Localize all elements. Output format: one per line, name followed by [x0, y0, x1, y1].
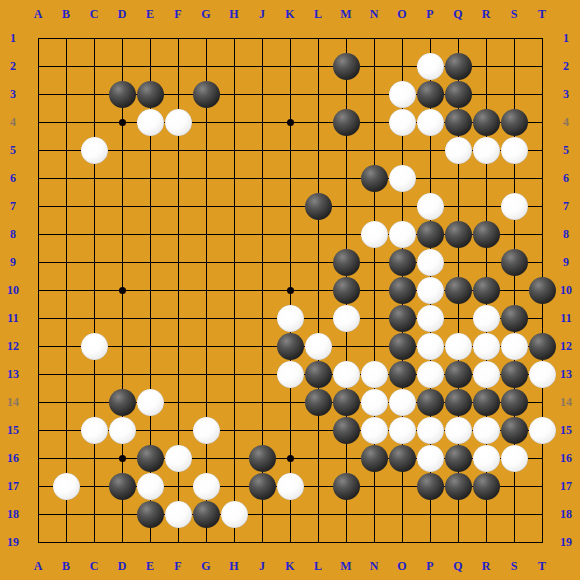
white-stone-N13: [361, 361, 388, 388]
white-stone-G17: [193, 473, 220, 500]
black-stone-M9: [333, 249, 360, 276]
row-label-right-15: 15: [560, 424, 572, 436]
white-stone-P13: [417, 361, 444, 388]
row-label-left-5: 5: [10, 144, 16, 156]
black-stone-E18: [137, 501, 164, 528]
column-label-bottom-N: N: [370, 560, 379, 572]
column-label-bottom-K: K: [285, 560, 294, 572]
row-label-left-4: 4: [10, 116, 16, 128]
black-stone-S4: [501, 109, 528, 136]
white-stone-P11: [417, 305, 444, 332]
black-stone-R4: [473, 109, 500, 136]
column-label-top-C: C: [90, 8, 99, 20]
black-stone-M14: [333, 389, 360, 416]
white-stone-S7: [501, 193, 528, 220]
column-label-top-L: L: [314, 8, 322, 20]
row-label-left-11: 11: [7, 312, 18, 324]
row-label-left-2: 2: [10, 60, 16, 72]
column-label-top-G: G: [201, 8, 210, 20]
black-stone-O10: [389, 277, 416, 304]
white-stone-O3: [389, 81, 416, 108]
white-stone-R5: [473, 137, 500, 164]
column-label-top-O: O: [397, 8, 406, 20]
row-label-left-1: 1: [10, 32, 16, 44]
row-label-left-15: 15: [7, 424, 19, 436]
black-stone-S15: [501, 417, 528, 444]
column-label-top-J: J: [259, 8, 265, 20]
row-label-right-9: 9: [563, 256, 569, 268]
row-label-right-6: 6: [563, 172, 569, 184]
white-stone-T13: [529, 361, 556, 388]
column-label-bottom-B: B: [62, 560, 70, 572]
column-label-top-F: F: [174, 8, 181, 20]
row-label-right-7: 7: [563, 200, 569, 212]
black-stone-R14: [473, 389, 500, 416]
row-label-right-11: 11: [560, 312, 571, 324]
white-stone-P16: [417, 445, 444, 472]
column-label-bottom-J: J: [259, 560, 265, 572]
black-stone-M2: [333, 53, 360, 80]
black-stone-D3: [109, 81, 136, 108]
white-stone-P12: [417, 333, 444, 360]
white-stone-Q5: [445, 137, 472, 164]
white-stone-E14: [137, 389, 164, 416]
black-stone-Q8: [445, 221, 472, 248]
white-stone-P9: [417, 249, 444, 276]
row-label-left-19: 19: [7, 536, 19, 548]
black-stone-E16: [137, 445, 164, 472]
white-stone-C15: [81, 417, 108, 444]
row-label-right-2: 2: [563, 60, 569, 72]
white-stone-P4: [417, 109, 444, 136]
black-stone-P8: [417, 221, 444, 248]
black-stone-P3: [417, 81, 444, 108]
white-stone-M13: [333, 361, 360, 388]
row-label-right-1: 1: [563, 32, 569, 44]
black-stone-M4: [333, 109, 360, 136]
row-label-right-8: 8: [563, 228, 569, 240]
row-label-left-18: 18: [7, 508, 19, 520]
white-stone-C5: [81, 137, 108, 164]
column-label-bottom-R: R: [482, 560, 491, 572]
white-stone-K17: [277, 473, 304, 500]
row-label-right-17: 17: [560, 480, 572, 492]
star-point-D16: [119, 455, 126, 462]
column-label-bottom-A: A: [34, 560, 43, 572]
row-label-right-4: 4: [563, 116, 569, 128]
black-stone-D14: [109, 389, 136, 416]
black-stone-Q16: [445, 445, 472, 472]
black-stone-Q3: [445, 81, 472, 108]
black-stone-M10: [333, 277, 360, 304]
column-label-bottom-Q: Q: [453, 560, 462, 572]
white-stone-N8: [361, 221, 388, 248]
white-stone-F4: [165, 109, 192, 136]
white-stone-P2: [417, 53, 444, 80]
row-label-left-6: 6: [10, 172, 16, 184]
row-label-right-14: 14: [560, 396, 572, 408]
black-stone-S9: [501, 249, 528, 276]
go-board-app: AABBCCDDEEFFGGHHJJKKLLMMNNOOPPQQRRSSTT11…: [0, 0, 580, 580]
column-label-top-B: B: [62, 8, 70, 20]
column-label-top-K: K: [285, 8, 294, 20]
black-stone-N16: [361, 445, 388, 472]
column-label-bottom-S: S: [511, 560, 518, 572]
column-label-top-M: M: [340, 8, 351, 20]
column-label-bottom-O: O: [397, 560, 406, 572]
row-label-left-17: 17: [7, 480, 19, 492]
row-label-left-16: 16: [7, 452, 19, 464]
column-label-top-Q: Q: [453, 8, 462, 20]
row-label-left-14: 14: [7, 396, 19, 408]
column-label-bottom-G: G: [201, 560, 210, 572]
row-label-right-5: 5: [563, 144, 569, 156]
black-stone-M15: [333, 417, 360, 444]
white-stone-P7: [417, 193, 444, 220]
black-stone-K12: [277, 333, 304, 360]
black-stone-S11: [501, 305, 528, 332]
black-stone-O16: [389, 445, 416, 472]
column-label-top-N: N: [370, 8, 379, 20]
black-stone-P17: [417, 473, 444, 500]
white-stone-P15: [417, 417, 444, 444]
white-stone-E17: [137, 473, 164, 500]
row-label-right-18: 18: [560, 508, 572, 520]
black-stone-S13: [501, 361, 528, 388]
white-stone-K11: [277, 305, 304, 332]
column-label-top-D: D: [118, 8, 127, 20]
white-stone-N15: [361, 417, 388, 444]
black-stone-R17: [473, 473, 500, 500]
black-stone-P14: [417, 389, 444, 416]
black-stone-G3: [193, 81, 220, 108]
column-label-top-A: A: [34, 8, 43, 20]
black-stone-Q2: [445, 53, 472, 80]
column-label-bottom-L: L: [314, 560, 322, 572]
row-label-right-13: 13: [560, 368, 572, 380]
white-stone-S5: [501, 137, 528, 164]
white-stone-R11: [473, 305, 500, 332]
white-stone-L12: [305, 333, 332, 360]
black-stone-J16: [249, 445, 276, 472]
column-label-top-R: R: [482, 8, 491, 20]
row-label-right-10: 10: [560, 284, 572, 296]
row-label-left-13: 13: [7, 368, 19, 380]
white-stone-R16: [473, 445, 500, 472]
black-stone-Q17: [445, 473, 472, 500]
row-label-right-12: 12: [560, 340, 572, 352]
row-label-left-9: 9: [10, 256, 16, 268]
black-stone-D17: [109, 473, 136, 500]
column-label-top-P: P: [426, 8, 433, 20]
column-label-bottom-E: E: [146, 560, 154, 572]
black-stone-M17: [333, 473, 360, 500]
column-label-bottom-F: F: [174, 560, 181, 572]
black-stone-Q13: [445, 361, 472, 388]
row-label-left-8: 8: [10, 228, 16, 240]
column-label-top-S: S: [511, 8, 518, 20]
white-stone-T15: [529, 417, 556, 444]
row-label-left-12: 12: [7, 340, 19, 352]
column-label-bottom-M: M: [340, 560, 351, 572]
row-label-left-3: 3: [10, 88, 16, 100]
star-point-K16: [287, 455, 294, 462]
white-stone-O8: [389, 221, 416, 248]
black-stone-L13: [305, 361, 332, 388]
black-stone-Q4: [445, 109, 472, 136]
column-label-top-T: T: [538, 8, 546, 20]
white-stone-S12: [501, 333, 528, 360]
white-stone-Q12: [445, 333, 472, 360]
black-stone-L7: [305, 193, 332, 220]
white-stone-R15: [473, 417, 500, 444]
white-stone-P10: [417, 277, 444, 304]
white-stone-K13: [277, 361, 304, 388]
white-stone-R13: [473, 361, 500, 388]
row-label-right-3: 3: [563, 88, 569, 100]
column-label-bottom-P: P: [426, 560, 433, 572]
black-stone-E3: [137, 81, 164, 108]
white-stone-C12: [81, 333, 108, 360]
black-stone-T10: [529, 277, 556, 304]
white-stone-G15: [193, 417, 220, 444]
column-label-bottom-C: C: [90, 560, 99, 572]
star-point-D4: [119, 119, 126, 126]
black-stone-O9: [389, 249, 416, 276]
black-stone-O13: [389, 361, 416, 388]
black-stone-S14: [501, 389, 528, 416]
black-stone-J17: [249, 473, 276, 500]
black-stone-R10: [473, 277, 500, 304]
black-stone-Q10: [445, 277, 472, 304]
star-point-D10: [119, 287, 126, 294]
column-label-top-E: E: [146, 8, 154, 20]
white-stone-O6: [389, 165, 416, 192]
black-stone-T12: [529, 333, 556, 360]
row-label-left-10: 10: [7, 284, 19, 296]
column-label-top-H: H: [229, 8, 238, 20]
column-label-bottom-T: T: [538, 560, 546, 572]
white-stone-R12: [473, 333, 500, 360]
white-stone-M11: [333, 305, 360, 332]
white-stone-F18: [165, 501, 192, 528]
black-stone-O11: [389, 305, 416, 332]
row-label-right-16: 16: [560, 452, 572, 464]
white-stone-H18: [221, 501, 248, 528]
column-label-bottom-H: H: [229, 560, 238, 572]
black-stone-G18: [193, 501, 220, 528]
white-stone-S16: [501, 445, 528, 472]
star-point-K4: [287, 119, 294, 126]
star-point-K10: [287, 287, 294, 294]
black-stone-Q14: [445, 389, 472, 416]
column-label-bottom-D: D: [118, 560, 127, 572]
white-stone-F16: [165, 445, 192, 472]
white-stone-E4: [137, 109, 164, 136]
white-stone-Q15: [445, 417, 472, 444]
white-stone-N14: [361, 389, 388, 416]
white-stone-O14: [389, 389, 416, 416]
white-stone-D15: [109, 417, 136, 444]
white-stone-O4: [389, 109, 416, 136]
row-label-left-7: 7: [10, 200, 16, 212]
black-stone-N6: [361, 165, 388, 192]
black-stone-R8: [473, 221, 500, 248]
white-stone-B17: [53, 473, 80, 500]
black-stone-L14: [305, 389, 332, 416]
row-label-right-19: 19: [560, 536, 572, 548]
white-stone-O15: [389, 417, 416, 444]
black-stone-O12: [389, 333, 416, 360]
